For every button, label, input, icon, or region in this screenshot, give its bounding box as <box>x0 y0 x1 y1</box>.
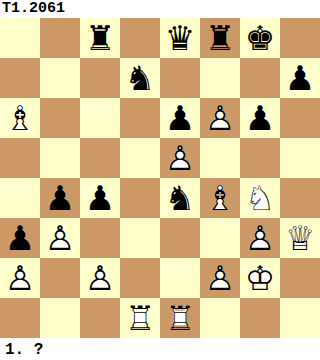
square-e8[interactable]: ♛ <box>160 18 200 58</box>
black-knight-e4[interactable]: ♞ <box>160 178 200 218</box>
white-pawn-a2[interactable]: ♟♙ <box>0 258 40 298</box>
black-pawn-h7[interactable]: ♟ <box>280 58 320 98</box>
square-d4[interactable] <box>120 178 160 218</box>
square-d3[interactable] <box>120 218 160 258</box>
square-c1[interactable] <box>80 298 120 338</box>
black-pawn-c4[interactable]: ♟ <box>80 178 120 218</box>
square-h8[interactable] <box>280 18 320 58</box>
square-f2[interactable]: ♟♙ <box>200 258 240 298</box>
square-e7[interactable] <box>160 58 200 98</box>
square-c7[interactable] <box>80 58 120 98</box>
square-f5[interactable] <box>200 138 240 178</box>
square-e1[interactable]: ♜♖ <box>160 298 200 338</box>
black-king-g8[interactable]: ♚ <box>240 18 280 58</box>
puzzle-title: T1.2061 <box>0 0 320 18</box>
square-g4[interactable]: ♞♘ <box>240 178 280 218</box>
square-f7[interactable] <box>200 58 240 98</box>
square-c5[interactable] <box>80 138 120 178</box>
square-f3[interactable] <box>200 218 240 258</box>
white-pawn-c2[interactable]: ♟♙ <box>80 258 120 298</box>
black-queen-e8[interactable]: ♛ <box>160 18 200 58</box>
white-rook-d1[interactable]: ♜♖ <box>120 298 160 338</box>
black-pawn-g6[interactable]: ♟ <box>240 98 280 138</box>
square-h5[interactable] <box>280 138 320 178</box>
square-b5[interactable] <box>40 138 80 178</box>
square-f6[interactable]: ♟♙ <box>200 98 240 138</box>
white-queen-h3[interactable]: ♛♕ <box>280 218 320 258</box>
square-a4[interactable] <box>0 178 40 218</box>
square-g1[interactable] <box>240 298 280 338</box>
piece-outline-layer: ♙ <box>200 258 240 298</box>
square-c2[interactable]: ♟♙ <box>80 258 120 298</box>
square-a2[interactable]: ♟♙ <box>0 258 40 298</box>
square-h6[interactable] <box>280 98 320 138</box>
black-pawn-e6[interactable]: ♟ <box>160 98 200 138</box>
square-c3[interactable] <box>80 218 120 258</box>
square-a3[interactable]: ♟ <box>0 218 40 258</box>
square-e6[interactable]: ♟ <box>160 98 200 138</box>
square-h1[interactable] <box>280 298 320 338</box>
square-g3[interactable]: ♟♙ <box>240 218 280 258</box>
white-pawn-f2[interactable]: ♟♙ <box>200 258 240 298</box>
black-rook-f8[interactable]: ♜ <box>200 18 240 58</box>
white-king-g2[interactable]: ♚♔ <box>240 258 280 298</box>
black-rook-c8[interactable]: ♜ <box>80 18 120 58</box>
square-g2[interactable]: ♚♔ <box>240 258 280 298</box>
square-f4[interactable]: ♝♗ <box>200 178 240 218</box>
square-h3[interactable]: ♛♕ <box>280 218 320 258</box>
square-a8[interactable] <box>0 18 40 58</box>
piece-outline-layer: ♔ <box>240 258 280 298</box>
square-d8[interactable] <box>120 18 160 58</box>
piece-outline-layer: ♗ <box>0 98 40 138</box>
square-d2[interactable] <box>120 258 160 298</box>
square-f1[interactable] <box>200 298 240 338</box>
square-e4[interactable]: ♞ <box>160 178 200 218</box>
square-h2[interactable] <box>280 258 320 298</box>
square-g8[interactable]: ♚ <box>240 18 280 58</box>
square-b2[interactable] <box>40 258 80 298</box>
piece-outline-layer: ♙ <box>240 218 280 258</box>
piece-outline-layer: ♙ <box>200 98 240 138</box>
square-d6[interactable] <box>120 98 160 138</box>
square-h7[interactable]: ♟ <box>280 58 320 98</box>
piece-outline-layer: ♗ <box>200 178 240 218</box>
move-prompt: 1. ? <box>0 338 320 360</box>
square-b4[interactable]: ♟ <box>40 178 80 218</box>
square-a6[interactable]: ♝♗ <box>0 98 40 138</box>
piece-outline-layer: ♙ <box>160 138 200 178</box>
white-pawn-g3[interactable]: ♟♙ <box>240 218 280 258</box>
white-knight-g4[interactable]: ♞♘ <box>240 178 280 218</box>
piece-outline-layer: ♘ <box>240 178 280 218</box>
square-h4[interactable] <box>280 178 320 218</box>
square-c8[interactable]: ♜ <box>80 18 120 58</box>
square-e5[interactable]: ♟♙ <box>160 138 200 178</box>
square-b3[interactable]: ♟♙ <box>40 218 80 258</box>
piece-outline-layer: ♖ <box>160 298 200 338</box>
white-bishop-a6[interactable]: ♝♗ <box>0 98 40 138</box>
square-a5[interactable] <box>0 138 40 178</box>
piece-outline-layer: ♙ <box>80 258 120 298</box>
piece-outline-layer: ♖ <box>120 298 160 338</box>
square-d5[interactable] <box>120 138 160 178</box>
white-pawn-e5[interactable]: ♟♙ <box>160 138 200 178</box>
piece-outline-layer: ♕ <box>280 218 320 258</box>
white-rook-e1[interactable]: ♜♖ <box>160 298 200 338</box>
square-b1[interactable] <box>40 298 80 338</box>
white-pawn-b3[interactable]: ♟♙ <box>40 218 80 258</box>
chess-puzzle-page: T1.2061 ♜♛♜♚♞♟♝♗♟♟♙♟♟♙♟♟♞♝♗♞♘♟♟♙♟♙♛♕♟♙♟♙… <box>0 0 320 360</box>
square-g5[interactable] <box>240 138 280 178</box>
square-c6[interactable] <box>80 98 120 138</box>
white-pawn-f6[interactable]: ♟♙ <box>200 98 240 138</box>
square-g7[interactable] <box>240 58 280 98</box>
square-b6[interactable] <box>40 98 80 138</box>
square-c4[interactable]: ♟ <box>80 178 120 218</box>
square-a7[interactable] <box>0 58 40 98</box>
square-f8[interactable]: ♜ <box>200 18 240 58</box>
white-bishop-f4[interactable]: ♝♗ <box>200 178 240 218</box>
square-a1[interactable] <box>0 298 40 338</box>
black-pawn-b4[interactable]: ♟ <box>40 178 80 218</box>
square-d7[interactable]: ♞ <box>120 58 160 98</box>
black-knight-d7[interactable]: ♞ <box>120 58 160 98</box>
square-e3[interactable] <box>160 218 200 258</box>
square-g6[interactable]: ♟ <box>240 98 280 138</box>
square-e2[interactable] <box>160 258 200 298</box>
chess-board: ♜♛♜♚♞♟♝♗♟♟♙♟♟♙♟♟♞♝♗♞♘♟♟♙♟♙♛♕♟♙♟♙♟♙♚♔♜♖♜♖ <box>0 18 320 338</box>
piece-outline-layer: ♙ <box>40 218 80 258</box>
black-pawn-a3[interactable]: ♟ <box>0 218 40 258</box>
piece-outline-layer: ♙ <box>0 258 40 298</box>
square-d1[interactable]: ♜♖ <box>120 298 160 338</box>
square-b7[interactable] <box>40 58 80 98</box>
square-b8[interactable] <box>40 18 80 58</box>
